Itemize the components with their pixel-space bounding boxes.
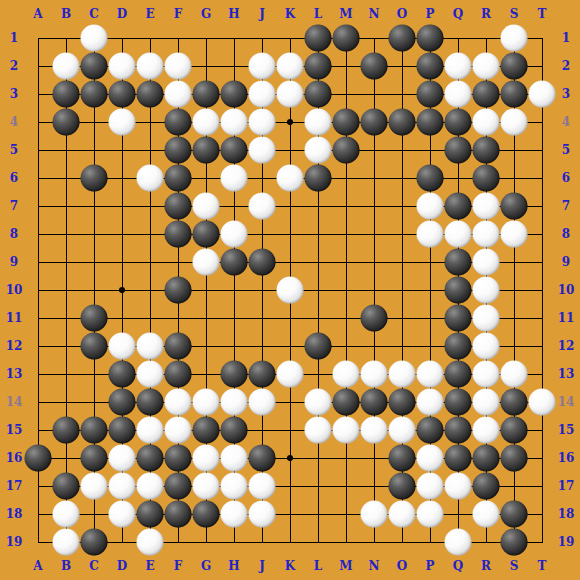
column-label-bottom-R: R xyxy=(481,560,491,572)
white-stone-R4 xyxy=(473,109,500,136)
white-stone-R11 xyxy=(473,305,500,332)
row-label-right-5: 5 xyxy=(562,144,570,156)
column-label-top-R: R xyxy=(481,8,491,20)
white-stone-Q3 xyxy=(445,81,472,108)
black-stone-R16 xyxy=(473,445,500,472)
column-label-bottom-E: E xyxy=(145,560,154,572)
row-label-left-12: 12 xyxy=(6,340,23,352)
white-stone-J7 xyxy=(249,193,276,220)
white-stone-Q8 xyxy=(445,221,472,248)
white-stone-D18 xyxy=(109,501,136,528)
black-stone-O17 xyxy=(389,473,416,500)
white-stone-B18 xyxy=(53,501,80,528)
white-stone-K13 xyxy=(277,361,304,388)
black-stone-B17 xyxy=(53,473,80,500)
white-stone-F2 xyxy=(165,53,192,80)
row-label-left-2: 2 xyxy=(10,60,18,72)
row-label-right-8: 8 xyxy=(562,228,570,240)
white-stone-E13 xyxy=(137,361,164,388)
row-label-right-6: 6 xyxy=(562,172,570,184)
white-stone-E2 xyxy=(137,53,164,80)
black-stone-O4 xyxy=(389,109,416,136)
white-stone-R9 xyxy=(473,249,500,276)
white-stone-M15 xyxy=(333,417,360,444)
white-stone-L14 xyxy=(305,389,332,416)
row-label-left-14: 14 xyxy=(6,396,23,408)
white-stone-H14 xyxy=(221,389,248,416)
white-stone-R8 xyxy=(473,221,500,248)
white-stone-C1 xyxy=(81,25,108,52)
black-stone-Q5 xyxy=(445,137,472,164)
black-stone-C3 xyxy=(81,81,108,108)
black-stone-C19 xyxy=(81,529,108,556)
black-stone-D15 xyxy=(109,417,136,444)
white-stone-G17 xyxy=(193,473,220,500)
column-label-top-E: E xyxy=(145,8,154,20)
black-stone-Q7 xyxy=(445,193,472,220)
row-label-right-1: 1 xyxy=(562,32,570,44)
black-stone-F5 xyxy=(165,137,192,164)
black-stone-Q4 xyxy=(445,109,472,136)
black-stone-C12 xyxy=(81,333,108,360)
column-label-top-G: G xyxy=(201,8,211,20)
row-label-left-6: 6 xyxy=(10,172,18,184)
white-stone-R12 xyxy=(473,333,500,360)
black-stone-G3 xyxy=(193,81,220,108)
white-stone-S13 xyxy=(501,361,528,388)
black-stone-S16 xyxy=(501,445,528,472)
white-stone-J18 xyxy=(249,501,276,528)
column-label-top-H: H xyxy=(228,8,239,20)
row-label-left-3: 3 xyxy=(10,88,18,100)
column-label-bottom-A: A xyxy=(33,560,42,572)
column-label-bottom-O: O xyxy=(397,560,407,572)
row-label-right-11: 11 xyxy=(558,312,575,324)
black-stone-J13 xyxy=(249,361,276,388)
black-stone-G5 xyxy=(193,137,220,164)
row-label-left-1: 1 xyxy=(10,32,18,44)
row-label-left-17: 17 xyxy=(6,480,23,492)
column-label-top-S: S xyxy=(510,8,519,20)
white-stone-J4 xyxy=(249,109,276,136)
row-label-right-19: 19 xyxy=(558,536,575,548)
black-stone-C16 xyxy=(81,445,108,472)
black-stone-F4 xyxy=(165,109,192,136)
white-stone-Q2 xyxy=(445,53,472,80)
column-label-bottom-D: D xyxy=(117,560,127,572)
black-stone-P6 xyxy=(417,165,444,192)
row-label-right-12: 12 xyxy=(558,340,575,352)
black-stone-D13 xyxy=(109,361,136,388)
row-label-left-5: 5 xyxy=(10,144,18,156)
column-label-bottom-M: M xyxy=(339,560,352,572)
white-stone-O15 xyxy=(389,417,416,444)
white-stone-S1 xyxy=(501,25,528,52)
black-stone-P2 xyxy=(417,53,444,80)
white-stone-P13 xyxy=(417,361,444,388)
row-label-left-9: 9 xyxy=(10,256,18,268)
black-stone-D14 xyxy=(109,389,136,416)
white-stone-P17 xyxy=(417,473,444,500)
row-label-right-10: 10 xyxy=(558,284,575,296)
black-stone-Q9 xyxy=(445,249,472,276)
hoshi-point xyxy=(119,287,125,293)
white-stone-L15 xyxy=(305,417,332,444)
white-stone-R18 xyxy=(473,501,500,528)
black-stone-E3 xyxy=(137,81,164,108)
white-stone-N15 xyxy=(361,417,388,444)
white-stone-K2 xyxy=(277,53,304,80)
white-stone-G16 xyxy=(193,445,220,472)
column-label-bottom-G: G xyxy=(201,560,211,572)
black-stone-F12 xyxy=(165,333,192,360)
white-stone-L4 xyxy=(305,109,332,136)
column-label-bottom-S: S xyxy=(510,560,519,572)
white-stone-R10 xyxy=(473,277,500,304)
black-stone-N14 xyxy=(361,389,388,416)
hoshi-point xyxy=(287,455,293,461)
column-label-top-C: C xyxy=(89,8,99,20)
white-stone-G4 xyxy=(193,109,220,136)
white-stone-J5 xyxy=(249,137,276,164)
black-stone-P3 xyxy=(417,81,444,108)
column-label-bottom-T: T xyxy=(538,560,547,572)
column-label-bottom-C: C xyxy=(89,560,99,572)
black-stone-F13 xyxy=(165,361,192,388)
white-stone-F15 xyxy=(165,417,192,444)
row-label-right-4: 4 xyxy=(562,116,570,128)
white-stone-J3 xyxy=(249,81,276,108)
row-label-left-16: 16 xyxy=(6,452,23,464)
black-stone-L12 xyxy=(305,333,332,360)
white-stone-O18 xyxy=(389,501,416,528)
hoshi-point xyxy=(287,119,293,125)
row-label-left-15: 15 xyxy=(6,424,23,436)
black-stone-S3 xyxy=(501,81,528,108)
white-stone-H18 xyxy=(221,501,248,528)
black-stone-J16 xyxy=(249,445,276,472)
row-label-right-14: 14 xyxy=(558,396,575,408)
black-stone-N2 xyxy=(361,53,388,80)
black-stone-A16 xyxy=(25,445,52,472)
white-stone-E15 xyxy=(137,417,164,444)
column-label-top-J: J xyxy=(259,8,265,20)
black-stone-H5 xyxy=(221,137,248,164)
black-stone-S7 xyxy=(501,193,528,220)
white-stone-K3 xyxy=(277,81,304,108)
white-stone-B19 xyxy=(53,529,80,556)
white-stone-T14 xyxy=(529,389,556,416)
white-stone-G9 xyxy=(193,249,220,276)
black-stone-F6 xyxy=(165,165,192,192)
white-stone-S4 xyxy=(501,109,528,136)
white-stone-P14 xyxy=(417,389,444,416)
black-stone-L3 xyxy=(305,81,332,108)
column-label-bottom-L: L xyxy=(314,560,322,572)
black-stone-R5 xyxy=(473,137,500,164)
grid-line-vertical xyxy=(542,38,543,543)
column-label-top-O: O xyxy=(397,8,407,20)
black-stone-M4 xyxy=(333,109,360,136)
row-label-left-11: 11 xyxy=(6,312,23,324)
row-label-left-8: 8 xyxy=(10,228,18,240)
black-stone-O1 xyxy=(389,25,416,52)
column-label-top-T: T xyxy=(538,8,547,20)
black-stone-L6 xyxy=(305,165,332,192)
column-label-top-Q: Q xyxy=(453,8,463,20)
white-stone-D12 xyxy=(109,333,136,360)
white-stone-H16 xyxy=(221,445,248,472)
black-stone-G8 xyxy=(193,221,220,248)
black-stone-E16 xyxy=(137,445,164,472)
black-stone-C15 xyxy=(81,417,108,444)
goban[interactable]: AABBCCDDEEFFGGHHJJKKLLMMNNOOPPQQRRSSTT11… xyxy=(0,0,580,580)
white-stone-P16 xyxy=(417,445,444,472)
row-label-left-10: 10 xyxy=(6,284,23,296)
black-stone-F16 xyxy=(165,445,192,472)
black-stone-P4 xyxy=(417,109,444,136)
black-stone-N11 xyxy=(361,305,388,332)
black-stone-H3 xyxy=(221,81,248,108)
row-label-left-18: 18 xyxy=(6,508,23,520)
column-label-bottom-B: B xyxy=(61,560,71,572)
white-stone-F3 xyxy=(165,81,192,108)
white-stone-S8 xyxy=(501,221,528,248)
white-stone-K10 xyxy=(277,277,304,304)
white-stone-T3 xyxy=(529,81,556,108)
black-stone-R3 xyxy=(473,81,500,108)
column-label-bottom-P: P xyxy=(425,560,434,572)
white-stone-R14 xyxy=(473,389,500,416)
black-stone-J9 xyxy=(249,249,276,276)
black-stone-S18 xyxy=(501,501,528,528)
black-stone-F18 xyxy=(165,501,192,528)
black-stone-S2 xyxy=(501,53,528,80)
black-stone-B3 xyxy=(53,81,80,108)
white-stone-E17 xyxy=(137,473,164,500)
black-stone-Q14 xyxy=(445,389,472,416)
black-stone-B15 xyxy=(53,417,80,444)
white-stone-J17 xyxy=(249,473,276,500)
black-stone-R17 xyxy=(473,473,500,500)
white-stone-D2 xyxy=(109,53,136,80)
black-stone-Q12 xyxy=(445,333,472,360)
column-label-top-B: B xyxy=(61,8,71,20)
black-stone-H13 xyxy=(221,361,248,388)
white-stone-H4 xyxy=(221,109,248,136)
black-stone-Q15 xyxy=(445,417,472,444)
white-stone-P18 xyxy=(417,501,444,528)
row-label-right-15: 15 xyxy=(558,424,575,436)
black-stone-F8 xyxy=(165,221,192,248)
white-stone-D17 xyxy=(109,473,136,500)
black-stone-S15 xyxy=(501,417,528,444)
black-stone-Q11 xyxy=(445,305,472,332)
black-stone-N4 xyxy=(361,109,388,136)
white-stone-D16 xyxy=(109,445,136,472)
white-stone-F14 xyxy=(165,389,192,416)
black-stone-H15 xyxy=(221,417,248,444)
white-stone-G7 xyxy=(193,193,220,220)
row-label-left-4: 4 xyxy=(10,116,18,128)
column-label-top-N: N xyxy=(369,8,380,20)
column-label-bottom-K: K xyxy=(285,560,295,572)
black-stone-L1 xyxy=(305,25,332,52)
row-label-right-13: 13 xyxy=(558,368,575,380)
white-stone-Q17 xyxy=(445,473,472,500)
column-label-top-K: K xyxy=(285,8,295,20)
row-label-right-18: 18 xyxy=(558,508,575,520)
white-stone-L5 xyxy=(305,137,332,164)
black-stone-G15 xyxy=(193,417,220,444)
black-stone-G18 xyxy=(193,501,220,528)
white-stone-R15 xyxy=(473,417,500,444)
white-stone-G14 xyxy=(193,389,220,416)
row-label-right-3: 3 xyxy=(562,88,570,100)
white-stone-E6 xyxy=(137,165,164,192)
black-stone-S19 xyxy=(501,529,528,556)
column-label-top-L: L xyxy=(314,8,322,20)
white-stone-C17 xyxy=(81,473,108,500)
black-stone-M1 xyxy=(333,25,360,52)
column-label-bottom-Q: Q xyxy=(453,560,463,572)
row-label-right-7: 7 xyxy=(562,200,570,212)
white-stone-P8 xyxy=(417,221,444,248)
row-label-left-13: 13 xyxy=(6,368,23,380)
white-stone-E12 xyxy=(137,333,164,360)
white-stone-N13 xyxy=(361,361,388,388)
black-stone-Q13 xyxy=(445,361,472,388)
row-label-right-17: 17 xyxy=(558,480,575,492)
column-label-bottom-H: H xyxy=(228,560,239,572)
white-stone-Q19 xyxy=(445,529,472,556)
white-stone-R7 xyxy=(473,193,500,220)
white-stone-E19 xyxy=(137,529,164,556)
row-label-left-7: 7 xyxy=(10,200,18,212)
white-stone-R2 xyxy=(473,53,500,80)
column-label-top-F: F xyxy=(174,8,183,20)
row-label-right-16: 16 xyxy=(558,452,575,464)
white-stone-H17 xyxy=(221,473,248,500)
black-stone-R6 xyxy=(473,165,500,192)
black-stone-L2 xyxy=(305,53,332,80)
black-stone-E18 xyxy=(137,501,164,528)
white-stone-H6 xyxy=(221,165,248,192)
black-stone-S14 xyxy=(501,389,528,416)
white-stone-O13 xyxy=(389,361,416,388)
column-label-bottom-N: N xyxy=(369,560,380,572)
column-label-bottom-J: J xyxy=(259,560,265,572)
black-stone-P15 xyxy=(417,417,444,444)
column-label-bottom-F: F xyxy=(174,560,183,572)
black-stone-Q16 xyxy=(445,445,472,472)
white-stone-N18 xyxy=(361,501,388,528)
column-label-top-A: A xyxy=(33,8,42,20)
column-label-top-M: M xyxy=(339,8,352,20)
black-stone-M14 xyxy=(333,389,360,416)
column-label-top-P: P xyxy=(425,8,434,20)
black-stone-P1 xyxy=(417,25,444,52)
white-stone-R13 xyxy=(473,361,500,388)
black-stone-C6 xyxy=(81,165,108,192)
white-stone-J14 xyxy=(249,389,276,416)
white-stone-D4 xyxy=(109,109,136,136)
row-label-right-9: 9 xyxy=(562,256,570,268)
white-stone-P7 xyxy=(417,193,444,220)
white-stone-M13 xyxy=(333,361,360,388)
column-label-top-D: D xyxy=(117,8,127,20)
black-stone-C11 xyxy=(81,305,108,332)
black-stone-F7 xyxy=(165,193,192,220)
black-stone-B4 xyxy=(53,109,80,136)
white-stone-K6 xyxy=(277,165,304,192)
white-stone-H8 xyxy=(221,221,248,248)
white-stone-B2 xyxy=(53,53,80,80)
white-stone-J2 xyxy=(249,53,276,80)
black-stone-O16 xyxy=(389,445,416,472)
black-stone-E14 xyxy=(137,389,164,416)
black-stone-D3 xyxy=(109,81,136,108)
black-stone-C2 xyxy=(81,53,108,80)
black-stone-H9 xyxy=(221,249,248,276)
black-stone-M5 xyxy=(333,137,360,164)
row-label-right-2: 2 xyxy=(562,60,570,72)
black-stone-F10 xyxy=(165,277,192,304)
black-stone-F17 xyxy=(165,473,192,500)
black-stone-Q10 xyxy=(445,277,472,304)
row-label-left-19: 19 xyxy=(6,536,23,548)
black-stone-O14 xyxy=(389,389,416,416)
